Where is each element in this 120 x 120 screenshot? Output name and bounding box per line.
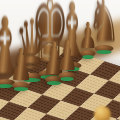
pawn-glyph: ♟ (56, 35, 79, 77)
pawn-glyph: ♟ (9, 43, 33, 87)
green-felt-base (14, 87, 28, 91)
green-felt-base (47, 81, 61, 85)
green-felt-base (97, 50, 112, 54)
green-felt-base (83, 55, 94, 59)
green-felt-base (61, 77, 74, 81)
light-pawn-top (94, 106, 111, 120)
chess-set-photo: ♝♛♚♝♞♟♟♟♟ (0, 0, 120, 120)
